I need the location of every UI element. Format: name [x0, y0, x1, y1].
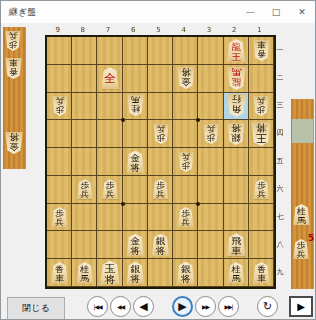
square-6-1[interactable] — [123, 37, 148, 65]
piece-kanji: 王 — [231, 52, 241, 61]
piece-kanji: 金 — [181, 78, 191, 87]
square-6-6[interactable] — [123, 176, 148, 204]
minimize-button[interactable]: — — [237, 1, 263, 23]
close-window-button[interactable]: ✕ — [289, 1, 315, 23]
tray-slot — [292, 119, 313, 143]
square-6-2[interactable] — [123, 65, 148, 93]
close-button[interactable]: 閉じる — [7, 297, 65, 320]
square-4-4[interactable] — [173, 120, 198, 148]
square-2-5[interactable] — [224, 148, 249, 176]
piece-kanji: 兵 — [257, 191, 266, 199]
autoplay-button[interactable]: ▶ — [289, 296, 313, 317]
piece-kanji: 将 — [9, 132, 19, 141]
square-8-4[interactable] — [72, 120, 97, 148]
square-7-1[interactable] — [97, 37, 122, 65]
square-8-7[interactable] — [72, 204, 97, 232]
square-9-4[interactable] — [47, 120, 72, 148]
piece-kanji: 金 — [130, 236, 140, 245]
nav-forward-button[interactable]: ▶ — [172, 296, 193, 317]
file-label-4: 4 — [179, 26, 189, 34]
square-7-3[interactable] — [97, 93, 122, 121]
piece-kanji: 将 — [130, 246, 140, 255]
piece-kanji: 兵 — [106, 191, 115, 199]
rank-label-5: 五 — [275, 156, 285, 166]
piece-kanji: 桂 — [297, 207, 306, 215]
piece-kanji: 歩 — [206, 133, 215, 141]
gote-歩兵-piece[interactable]: 歩兵 — [5, 31, 21, 51]
square-3-7[interactable] — [198, 204, 223, 232]
file-label-2: 2 — [229, 26, 239, 34]
rank-label-9: 九 — [275, 267, 285, 277]
square-7-7[interactable] — [97, 204, 122, 232]
rank-label-1: 一 — [275, 45, 285, 55]
piece-kanji: 将 — [181, 68, 191, 77]
nav-first-button[interactable]: |◀◀ — [87, 296, 108, 317]
square-3-3[interactable] — [198, 93, 223, 121]
piece-kanji: 歩 — [9, 40, 18, 48]
gote-歩兵-piece[interactable]: 歩兵 — [203, 124, 219, 144]
gote-香車-piece[interactable]: 香車 — [5, 58, 22, 79]
piece-kanji: 行 — [231, 95, 241, 104]
piece-kanji: 兵 — [181, 152, 190, 160]
square-9-8[interactable] — [47, 231, 72, 259]
piece-kanji: 金 — [9, 142, 19, 151]
sente-歩兵-piece[interactable]: 歩兵 — [293, 239, 309, 259]
piece-kanji: 歩 — [55, 105, 64, 113]
piece-kanji: 桂 — [131, 105, 140, 113]
piece-kanji: 兵 — [55, 218, 64, 226]
piece-kanji: 将 — [181, 274, 191, 283]
piece-kanji: 王 — [256, 133, 267, 143]
piece-kanji: 兵 — [297, 250, 306, 258]
square-3-9[interactable] — [198, 259, 223, 287]
square-8-5[interactable] — [72, 148, 97, 176]
square-5-1[interactable] — [148, 37, 173, 65]
piece-kanji: 龍 — [231, 42, 241, 51]
rank-label-8: 八 — [275, 239, 285, 249]
file-label-9: 9 — [53, 26, 63, 34]
square-7-8[interactable] — [97, 231, 122, 259]
piece-kanji: 角 — [231, 105, 241, 114]
square-3-2[interactable] — [198, 65, 223, 93]
hoshi-dot — [121, 202, 125, 206]
piece-kanji: 将 — [105, 274, 116, 284]
maximize-button[interactable]: □ — [263, 1, 289, 23]
square-2-7[interactable] — [224, 204, 249, 232]
piece-kanji: 将 — [156, 246, 166, 255]
piece-kanji: 歩 — [257, 105, 266, 113]
square-9-2[interactable] — [47, 65, 72, 93]
rank-label-2: 二 — [275, 73, 285, 83]
square-9-1[interactable] — [47, 37, 72, 65]
square-3-1[interactable] — [198, 37, 223, 65]
square-9-6[interactable] — [47, 176, 72, 204]
square-8-1[interactable] — [72, 37, 97, 65]
piece-kanji: 歩 — [297, 241, 306, 249]
nav-last-button[interactable]: ▶▶| — [218, 296, 239, 317]
tsugiban-window: { "window": { "title": "継ぎ盤", "minimize_… — [0, 0, 316, 320]
square-5-2[interactable] — [148, 65, 173, 93]
gote-金将-piece[interactable]: 金将 — [5, 132, 23, 154]
file-label-5: 5 — [154, 26, 164, 34]
square-3-8[interactable] — [198, 231, 223, 259]
piece-kanji: 香 — [257, 49, 266, 57]
piece-kanji: 銀 — [130, 264, 140, 273]
gote-銀将-piece[interactable]: 銀将 — [227, 123, 245, 145]
rank-label-6: 六 — [275, 184, 285, 194]
piece-kanji: 銀 — [231, 133, 241, 142]
hoshi-dot — [196, 202, 200, 206]
file-label-3: 3 — [204, 26, 214, 34]
piece-kanji: 兵 — [181, 218, 190, 226]
square-6-7[interactable] — [123, 204, 148, 232]
piece-kanji: 兵 — [9, 31, 18, 39]
sente-桂馬-piece[interactable]: 桂馬 — [293, 204, 310, 225]
gote-hand-tray: 歩兵香車金将 — [3, 27, 26, 169]
square-5-9[interactable] — [148, 259, 173, 287]
piece-kanji: 馬 — [297, 216, 306, 224]
square-1-7[interactable] — [249, 204, 274, 232]
piece-kanji: 歩 — [156, 133, 165, 141]
piece-kanji: 玉 — [105, 263, 116, 273]
square-5-5[interactable] — [148, 148, 173, 176]
square-8-3[interactable] — [72, 93, 97, 121]
piece-kanji: 馬 — [80, 274, 89, 282]
square-7-4[interactable] — [97, 120, 122, 148]
piece-kanji: 将 — [231, 123, 241, 132]
hand-count-badge: 5 — [308, 233, 314, 243]
square-1-5[interactable] — [249, 148, 274, 176]
piece-kanji: 歩 — [55, 209, 64, 217]
square-8-2[interactable] — [72, 65, 97, 93]
piece-kanji: 龍 — [231, 77, 241, 86]
hoshi-dot — [121, 118, 125, 122]
piece-kanji: 将 — [130, 274, 140, 283]
square-4-8[interactable] — [173, 231, 198, 259]
square-4-3[interactable] — [173, 93, 198, 121]
piece-kanji: 車 — [9, 58, 18, 66]
piece-kanji: 銀 — [156, 236, 166, 245]
square-4-1[interactable] — [173, 37, 198, 65]
square-7-5[interactable] — [97, 148, 122, 176]
window-title: 継ぎ盤 — [9, 6, 36, 19]
piece-kanji: 車 — [55, 274, 64, 282]
hoshi-dot — [196, 118, 200, 122]
rank-label-3: 三 — [275, 100, 285, 110]
piece-kanji: 兵 — [80, 191, 89, 199]
piece-kanji: 全 — [104, 73, 116, 84]
square-3-6[interactable] — [198, 176, 223, 204]
nav-rewind-button[interactable]: ◀◀ — [110, 296, 131, 317]
file-label-8: 8 — [78, 26, 88, 34]
sente-hand-tray: 桂馬歩兵5 — [291, 99, 314, 289]
square-9-5[interactable] — [47, 148, 72, 176]
piece-kanji: 歩 — [181, 161, 190, 169]
file-label-6: 6 — [128, 26, 138, 34]
piece-kanji: 将 — [256, 122, 267, 132]
square-4-6[interactable] — [173, 176, 198, 204]
piece-kanji: 車 — [231, 247, 241, 256]
nav-fastforward-button[interactable]: ▶▶ — [195, 296, 216, 317]
piece-kanji: 兵 — [257, 96, 266, 104]
piece-kanji: 馬 — [232, 274, 241, 282]
piece-kanji: 兵 — [156, 191, 165, 199]
piece-kanji: 馬 — [131, 96, 140, 104]
piece-kanji: 歩 — [181, 209, 190, 217]
piece-kanji: 金 — [130, 153, 140, 162]
piece-kanji: 車 — [257, 274, 266, 282]
shogi-board: 龍王香車全金将龍馬歩兵桂馬角行歩兵歩兵歩兵銀将王将金将歩兵歩兵歩兵歩兵歩兵歩兵歩… — [45, 35, 276, 289]
rank-label-7: 七 — [275, 212, 285, 222]
rank-label-4: 四 — [275, 128, 285, 138]
nav-back-button[interactable]: ◀ — [133, 296, 154, 317]
square-1-8[interactable] — [249, 231, 274, 259]
piece-kanji: 将 — [130, 163, 140, 172]
piece-kanji: 銀 — [181, 264, 191, 273]
file-label-1: 1 — [254, 26, 264, 34]
piece-kanji: 香 — [9, 67, 18, 75]
nav-rotate-button[interactable]: ↻ — [257, 296, 278, 317]
piece-kanji: 兵 — [156, 124, 165, 132]
piece-kanji: 馬 — [231, 67, 241, 76]
file-label-7: 7 — [103, 26, 113, 34]
square-5-3[interactable] — [148, 93, 173, 121]
square-1-2[interactable] — [249, 65, 274, 93]
piece-kanji: 兵 — [206, 124, 215, 132]
square-2-6[interactable] — [224, 176, 249, 204]
square-6-4[interactable] — [123, 120, 148, 148]
piece-kanji: 車 — [257, 40, 266, 48]
square-3-5[interactable] — [198, 148, 223, 176]
square-5-7[interactable] — [148, 204, 173, 232]
piece-kanji: 兵 — [55, 96, 64, 104]
square-8-8[interactable] — [72, 231, 97, 259]
